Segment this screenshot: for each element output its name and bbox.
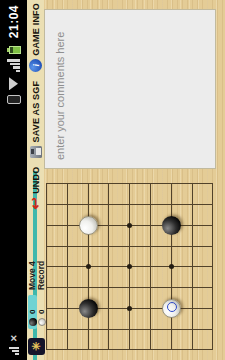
wifi-icon <box>9 77 18 90</box>
signal-strength-icon <box>7 59 20 72</box>
comments-placeholder: enter your comments here <box>54 32 66 160</box>
status-bar-right-icons: 21:04 <box>7 5 21 104</box>
star-point <box>169 264 174 269</box>
status-bar: ✕ 21:04 <box>0 0 27 360</box>
grid-line-horizontal <box>192 183 193 350</box>
star-point <box>127 306 132 311</box>
black-stone <box>162 216 181 235</box>
app-content: ✳ 0 0 Move 4 Record ↩ UNDO SAVE AS SGF i… <box>27 0 225 360</box>
black-stone <box>79 299 98 318</box>
status-bar-left-icons: ✕ <box>8 334 19 355</box>
save-disk-icon <box>30 146 42 158</box>
save-as-sgf-button[interactable]: SAVE AS SGF <box>30 81 42 158</box>
grid-line-vertical <box>46 246 212 247</box>
save-as-sgf-button-label: SAVE AS SGF <box>31 81 41 143</box>
go-board[interactable] <box>27 170 225 360</box>
app-screen: ✕ 21:04 ✳ 0 0 Move 4 Record <box>0 0 225 360</box>
grid-line-horizontal <box>150 183 151 350</box>
star-point <box>127 223 132 228</box>
info-icon: i <box>29 59 42 72</box>
comments-input[interactable]: enter your comments here <box>44 9 216 169</box>
star-point <box>127 264 132 269</box>
clock: 21:04 <box>7 5 21 41</box>
game-info-button[interactable]: i GAME INFO <box>29 3 42 72</box>
star-point <box>86 264 91 269</box>
battery-icon <box>7 46 21 54</box>
game-info-button-label: GAME INFO <box>31 3 41 56</box>
battery-body <box>9 46 21 54</box>
notification-signal-icon <box>8 347 19 355</box>
white-stone <box>79 216 98 235</box>
last-move-marker <box>167 302 177 312</box>
vibrate-icon <box>7 95 21 104</box>
grid-line-vertical <box>46 183 212 184</box>
notification-status-icon: ✕ <box>9 334 19 342</box>
grid-line-vertical <box>46 204 212 205</box>
white-stone <box>162 299 181 318</box>
grid-line-horizontal <box>212 183 213 350</box>
